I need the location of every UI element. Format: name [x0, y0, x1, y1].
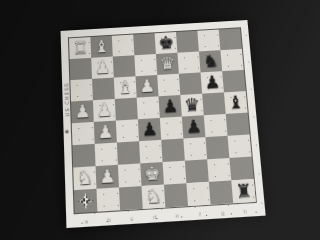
square-b2: ♟ [96, 164, 119, 188]
square-a2: ♞ [73, 166, 96, 190]
square-d1: ♞ [141, 184, 165, 200]
square-f5: ♛ [180, 93, 200, 116]
square-c5 [115, 97, 138, 120]
chess-board: ♜♝♚♟♛♞♝♟♟♟♟♟♛♝♟♟♟♞♟♚♞♜ ◉ US CHESS abcdef… [61, 19, 200, 200]
square-c1 [119, 185, 143, 200]
square-a7 [70, 57, 92, 79]
square-c7 [113, 55, 136, 77]
white-P-b4: ♟ [94, 120, 117, 143]
square-d3 [139, 139, 163, 163]
square-a4 [72, 121, 95, 144]
square-f8 [176, 30, 199, 52]
square-d2: ♚ [140, 162, 164, 186]
square-f2 [185, 159, 200, 183]
square-d6: ♟ [135, 75, 158, 98]
square-b1 [96, 187, 120, 200]
white-P-a5: ♟ [71, 100, 94, 123]
square-b3 [95, 142, 118, 166]
black-P-e5: ♟ [159, 94, 182, 117]
square-e3 [161, 138, 185, 162]
board-grid: ♜♝♚♟♛♞♝♟♟♟♟♟♛♝♟♟♟♞♟♚♞♜ [69, 28, 200, 200]
square-a5: ♟ [71, 100, 94, 123]
square-d5 [137, 96, 160, 119]
square-a3 [72, 143, 95, 167]
square-a6 [70, 78, 93, 101]
white-R-a8: ♜ [69, 37, 91, 59]
square-g8 [197, 29, 200, 51]
square-e5: ♟ [159, 94, 182, 117]
square-b6 [92, 77, 115, 100]
square-c4 [116, 119, 139, 142]
square-e4 [160, 116, 183, 139]
us-chess-corner-logo-icon [77, 192, 94, 200]
white-K-d2: ♚ [140, 162, 164, 186]
white-P-b7: ♟ [91, 56, 114, 78]
square-c6: ♝ [114, 76, 137, 99]
black-Q-f5: ♛ [180, 93, 200, 116]
square-e6 [157, 73, 180, 96]
square-f7 [177, 51, 200, 73]
square-e1 [164, 183, 188, 200]
square-b5: ♟ [93, 98, 116, 121]
square-b4: ♟ [94, 120, 117, 143]
white-Q-e7: ♛ [156, 52, 179, 74]
white-P-d6: ♟ [135, 75, 158, 98]
board-edge-brand-text: US CHESS [63, 82, 70, 116]
white-B-b8: ♝ [90, 35, 112, 57]
square-f6 [179, 72, 200, 95]
square-d4: ♟ [138, 117, 161, 140]
black-P-f4: ♟ [182, 115, 200, 138]
white-N-d1: ♞ [141, 184, 165, 200]
white-P-b5: ♟ [93, 98, 116, 121]
black-K-e8: ♚ [155, 32, 178, 54]
white-N-a2: ♞ [73, 166, 96, 190]
square-c3 [117, 141, 140, 165]
square-f1 [186, 181, 200, 200]
white-B-c6: ♝ [114, 76, 137, 99]
square-c8 [112, 34, 135, 56]
circle-logo-icon: ◉ [64, 127, 69, 134]
board-photo: ♜♝♚♟♛♞♝♟♟♟♟♟♛♝♟♟♟♞♟♚♞♜ ◉ US CHESS abcdef… [0, 0, 200, 200]
square-c2 [118, 163, 142, 187]
white-P-b2: ♟ [96, 164, 119, 188]
square-a8: ♜ [69, 37, 91, 59]
square-b8: ♝ [90, 35, 112, 57]
square-d7 [134, 53, 157, 75]
square-e8: ♚ [155, 32, 178, 54]
square-e2 [163, 160, 187, 184]
black-P-d4: ♟ [138, 117, 161, 140]
square-d8 [133, 33, 156, 55]
square-e7: ♛ [156, 52, 179, 74]
square-f4: ♟ [182, 115, 200, 138]
square-a1 [74, 188, 97, 200]
square-b7: ♟ [91, 56, 114, 78]
square-f3 [183, 137, 200, 161]
